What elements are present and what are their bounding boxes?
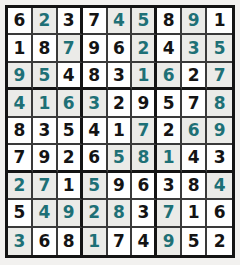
sudoku-cell-r7c9[interactable]: 4 [207, 173, 232, 200]
sudoku-cell-r8c8[interactable]: 1 [182, 200, 207, 227]
sudoku-cell-r7c1[interactable]: 2 [8, 173, 33, 200]
sudoku-cell-r3c8[interactable]: 2 [182, 63, 207, 90]
sudoku-cell-r5c7[interactable]: 2 [157, 118, 182, 145]
sudoku-cell-r2c8[interactable]: 3 [182, 35, 207, 62]
sudoku-cell-r1c9[interactable]: 1 [207, 8, 232, 35]
sudoku-cell-r7c7[interactable]: 3 [157, 173, 182, 200]
sudoku-cell-r9c6[interactable]: 4 [132, 228, 157, 255]
sudoku-cell-r5c1[interactable]: 8 [8, 118, 33, 145]
sudoku-cell-r3c3[interactable]: 4 [58, 63, 83, 90]
sudoku-cell-r2c1[interactable]: 1 [8, 35, 33, 62]
sudoku-cell-r3c9[interactable]: 7 [207, 63, 232, 90]
sudoku-cell-r2c9[interactable]: 5 [207, 35, 232, 62]
sudoku-cell-r9c9[interactable]: 2 [207, 228, 232, 255]
sudoku-cell-r7c4[interactable]: 5 [83, 173, 108, 200]
sudoku-cell-r3c1[interactable]: 9 [8, 63, 33, 90]
sudoku-cell-r7c2[interactable]: 7 [33, 173, 58, 200]
sudoku-cell-r5c9[interactable]: 9 [207, 118, 232, 145]
sudoku-cell-r9c1[interactable]: 3 [8, 228, 33, 255]
sudoku-cell-r2c2[interactable]: 8 [33, 35, 58, 62]
sudoku-cell-r6c7[interactable]: 1 [157, 145, 182, 172]
sudoku-cell-r4c9[interactable]: 8 [207, 90, 232, 117]
sudoku-cell-r8c3[interactable]: 9 [58, 200, 83, 227]
sudoku-cell-r9c5[interactable]: 7 [108, 228, 133, 255]
sudoku-cell-r4c7[interactable]: 5 [157, 90, 182, 117]
sudoku-board: 6237458911879624359548316274163295788354… [5, 5, 235, 258]
sudoku-cell-r4c4[interactable]: 3 [83, 90, 108, 117]
sudoku-cell-r4c2[interactable]: 1 [33, 90, 58, 117]
sudoku-cell-r8c5[interactable]: 8 [108, 200, 133, 227]
sudoku-cell-r6c9[interactable]: 3 [207, 145, 232, 172]
sudoku-cell-r1c8[interactable]: 9 [182, 8, 207, 35]
sudoku-cell-r5c8[interactable]: 6 [182, 118, 207, 145]
sudoku-cell-r1c1[interactable]: 6 [8, 8, 33, 35]
sudoku-cell-r3c2[interactable]: 5 [33, 63, 58, 90]
sudoku-cell-r8c4[interactable]: 2 [83, 200, 108, 227]
sudoku-cell-r7c6[interactable]: 6 [132, 173, 157, 200]
sudoku-cell-r9c3[interactable]: 8 [58, 228, 83, 255]
sudoku-cell-r9c2[interactable]: 6 [33, 228, 58, 255]
sudoku-cell-r4c5[interactable]: 2 [108, 90, 133, 117]
sudoku-cell-r4c8[interactable]: 7 [182, 90, 207, 117]
sudoku-cell-r4c6[interactable]: 9 [132, 90, 157, 117]
sudoku-cell-r8c2[interactable]: 4 [33, 200, 58, 227]
sudoku-cell-r2c3[interactable]: 7 [58, 35, 83, 62]
sudoku-cell-r7c3[interactable]: 1 [58, 173, 83, 200]
sudoku-cell-r5c6[interactable]: 7 [132, 118, 157, 145]
sudoku-cell-r6c5[interactable]: 5 [108, 145, 133, 172]
sudoku-cell-r5c3[interactable]: 5 [58, 118, 83, 145]
sudoku-cell-r7c8[interactable]: 8 [182, 173, 207, 200]
sudoku-cell-r2c5[interactable]: 6 [108, 35, 133, 62]
sudoku-cell-r1c3[interactable]: 3 [58, 8, 83, 35]
sudoku-cell-r1c2[interactable]: 2 [33, 8, 58, 35]
sudoku-cell-r3c4[interactable]: 8 [83, 63, 108, 90]
sudoku-cell-r1c6[interactable]: 5 [132, 8, 157, 35]
sudoku-cell-r6c2[interactable]: 9 [33, 145, 58, 172]
sudoku-cell-r7c5[interactable]: 9 [108, 173, 133, 200]
sudoku-cell-r2c6[interactable]: 2 [132, 35, 157, 62]
sudoku-cell-r2c7[interactable]: 4 [157, 35, 182, 62]
sudoku-cell-r8c6[interactable]: 3 [132, 200, 157, 227]
sudoku-board-wrap: 6237458911879624359548316274163295788354… [5, 5, 235, 258]
sudoku-cell-r6c6[interactable]: 8 [132, 145, 157, 172]
sudoku-cell-r9c8[interactable]: 5 [182, 228, 207, 255]
sudoku-cell-r9c7[interactable]: 9 [157, 228, 182, 255]
sudoku-cell-r6c8[interactable]: 4 [182, 145, 207, 172]
sudoku-cell-r9c4[interactable]: 1 [83, 228, 108, 255]
sudoku-cell-r3c6[interactable]: 1 [132, 63, 157, 90]
sudoku-cell-r6c4[interactable]: 6 [83, 145, 108, 172]
sudoku-cell-r5c4[interactable]: 4 [83, 118, 108, 145]
sudoku-cell-r1c7[interactable]: 8 [157, 8, 182, 35]
sudoku-cell-r2c4[interactable]: 9 [83, 35, 108, 62]
sudoku-cell-r8c7[interactable]: 7 [157, 200, 182, 227]
sudoku-cell-r3c7[interactable]: 6 [157, 63, 182, 90]
sudoku-cell-r4c3[interactable]: 6 [58, 90, 83, 117]
sudoku-cell-r5c2[interactable]: 3 [33, 118, 58, 145]
sudoku-cell-r3c5[interactable]: 3 [108, 63, 133, 90]
sudoku-cell-r4c1[interactable]: 4 [8, 90, 33, 117]
sudoku-cell-r6c1[interactable]: 7 [8, 145, 33, 172]
sudoku-cell-r8c1[interactable]: 5 [8, 200, 33, 227]
sudoku-cell-r1c5[interactable]: 4 [108, 8, 133, 35]
sudoku-cell-r1c4[interactable]: 7 [83, 8, 108, 35]
sudoku-cell-r6c3[interactable]: 2 [58, 145, 83, 172]
sudoku-cell-r8c9[interactable]: 6 [207, 200, 232, 227]
sudoku-cell-r5c5[interactable]: 1 [108, 118, 133, 145]
